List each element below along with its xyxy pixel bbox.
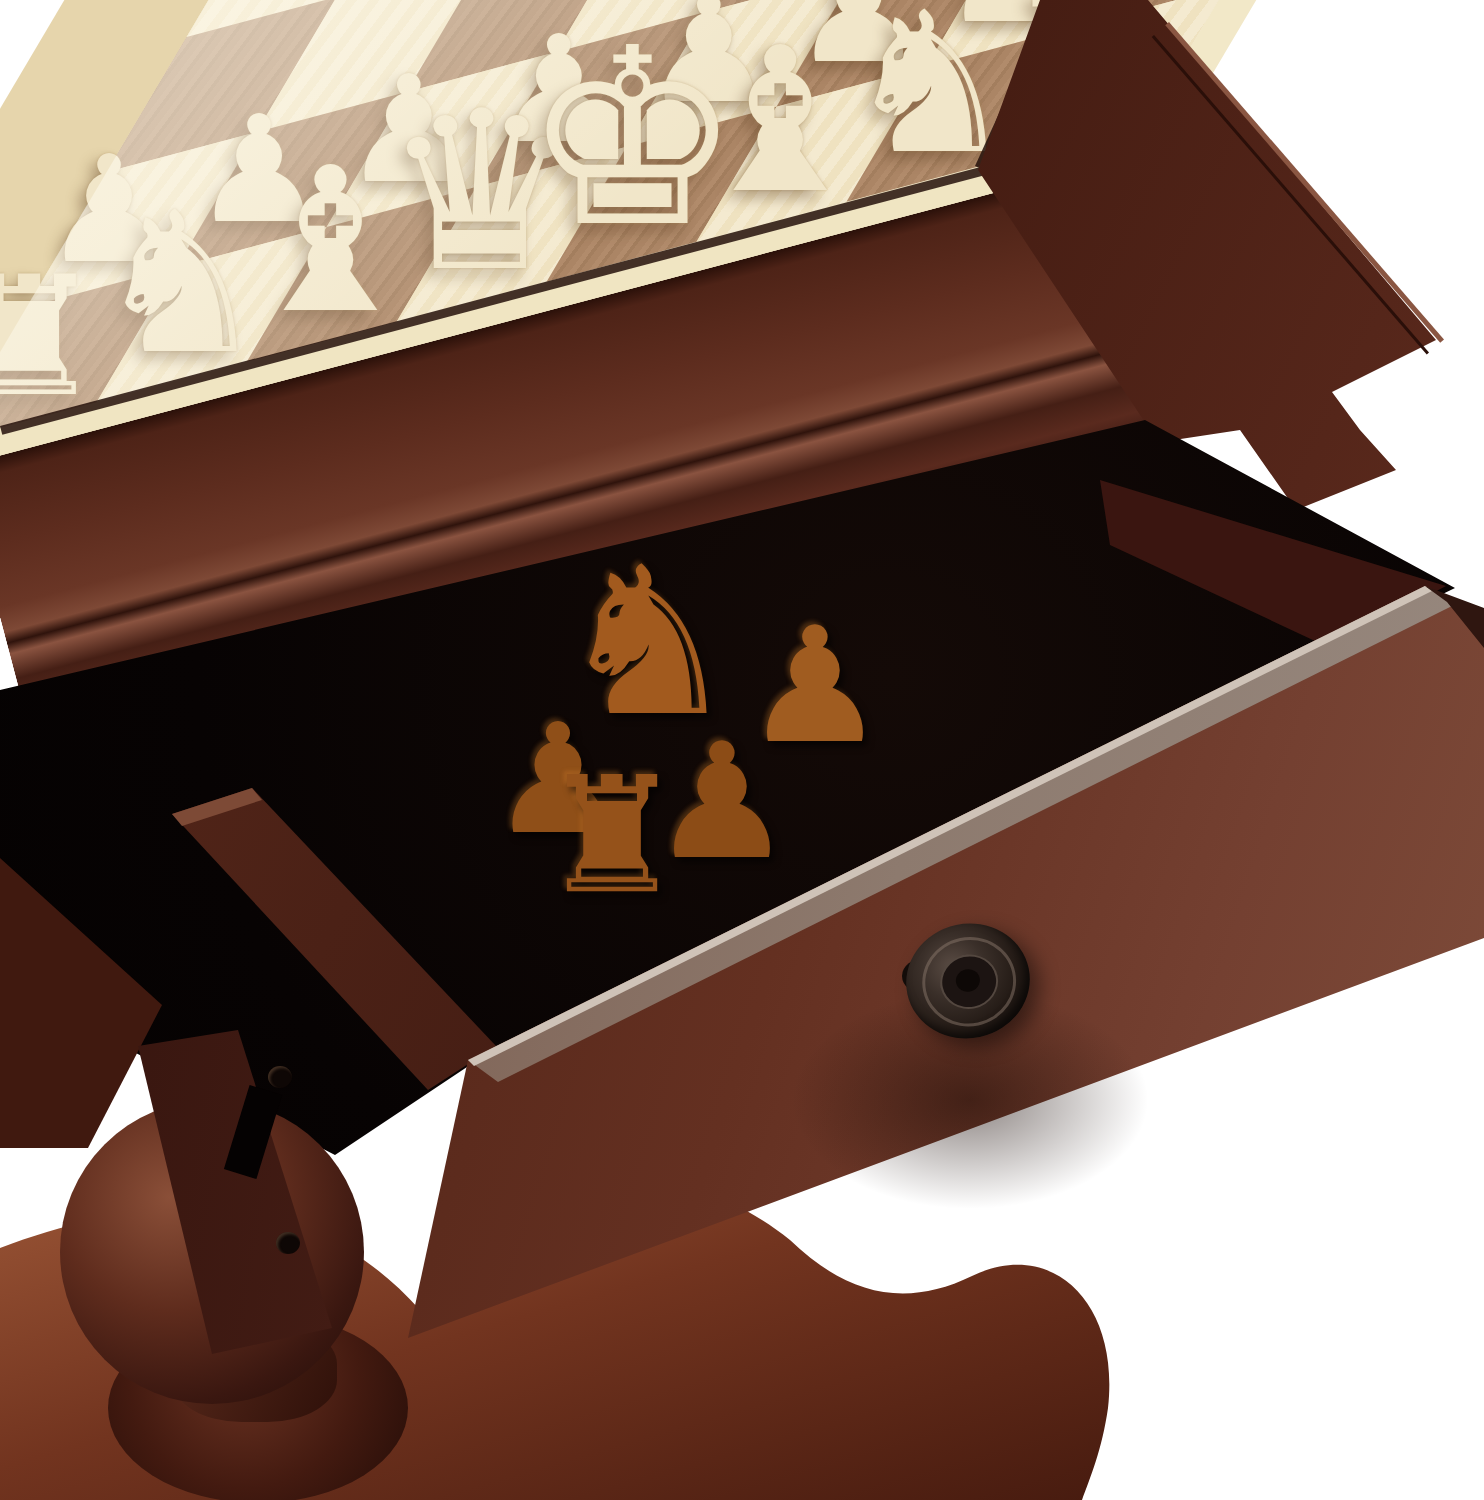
drawer-pawn-5: ♟ xyxy=(743,610,886,762)
chess-table-photo: ♟♟♟♟♟♟♟♟♜♞♝♛♚♝♞♜ ♞♟♜♟♟ xyxy=(0,0,1484,1500)
